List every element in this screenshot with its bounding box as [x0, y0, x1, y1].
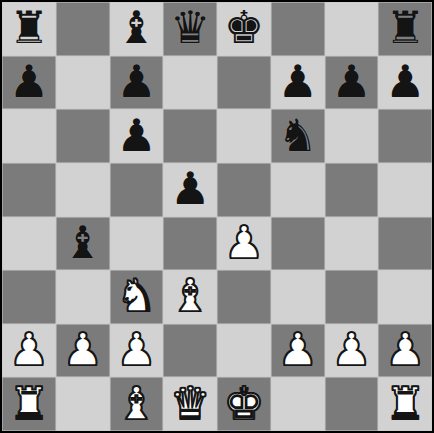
square-f4[interactable]: [271, 217, 325, 271]
square-d4[interactable]: [163, 217, 217, 271]
square-g8[interactable]: [325, 2, 379, 56]
white-king-piece[interactable]: ♚: [224, 381, 264, 426]
square-e8[interactable]: ♚: [217, 2, 271, 56]
black-king-piece[interactable]: ♚: [224, 5, 264, 50]
white-pawn-piece[interactable]: ♟: [277, 327, 317, 372]
black-rook-piece[interactable]: ♜: [9, 5, 49, 50]
white-rook-piece[interactable]: ♜: [9, 381, 49, 426]
square-e1[interactable]: ♚: [217, 377, 271, 431]
square-f1[interactable]: [271, 377, 325, 431]
square-e3[interactable]: [217, 270, 271, 324]
square-a1[interactable]: ♜: [2, 377, 56, 431]
black-pawn-piece[interactable]: ♟: [385, 59, 425, 104]
square-f3[interactable]: [271, 270, 325, 324]
square-e5[interactable]: [217, 163, 271, 217]
black-pawn-piece[interactable]: ♟: [277, 59, 317, 104]
white-pawn-piece[interactable]: ♟: [62, 327, 102, 372]
white-bishop-piece[interactable]: ♝: [116, 381, 156, 426]
square-a7[interactable]: ♟: [2, 56, 56, 110]
square-g7[interactable]: ♟: [325, 56, 379, 110]
square-h1[interactable]: ♜: [378, 377, 432, 431]
square-b6[interactable]: [56, 109, 110, 163]
square-g3[interactable]: [325, 270, 379, 324]
square-b7[interactable]: [56, 56, 110, 110]
black-rook-piece[interactable]: ♜: [385, 5, 425, 50]
square-g4[interactable]: [325, 217, 379, 271]
black-knight-piece[interactable]: ♞: [277, 113, 317, 158]
black-pawn-piece[interactable]: ♟: [116, 113, 156, 158]
square-f5[interactable]: [271, 163, 325, 217]
square-d5[interactable]: ♟: [163, 163, 217, 217]
black-pawn-piece[interactable]: ♟: [170, 166, 210, 211]
square-c7[interactable]: ♟: [110, 56, 164, 110]
black-bishop-piece[interactable]: ♝: [62, 220, 102, 265]
square-g6[interactable]: [325, 109, 379, 163]
chess-diagram: ♜♝♛♚♜♟♟♟♟♟♟♞♟♝♟♞♝♟♟♟♟♟♟♜♝♛♚♜: [0, 0, 434, 433]
square-h4[interactable]: [378, 217, 432, 271]
white-knight-piece[interactable]: ♞: [116, 273, 156, 318]
square-c2[interactable]: ♟: [110, 324, 164, 378]
square-h3[interactable]: [378, 270, 432, 324]
white-pawn-piece[interactable]: ♟: [385, 327, 425, 372]
square-f7[interactable]: ♟: [271, 56, 325, 110]
square-h8[interactable]: ♜: [378, 2, 432, 56]
square-a3[interactable]: [2, 270, 56, 324]
square-a8[interactable]: ♜: [2, 2, 56, 56]
square-d3[interactable]: ♝: [163, 270, 217, 324]
white-pawn-piece[interactable]: ♟: [224, 220, 264, 265]
white-pawn-piece[interactable]: ♟: [331, 327, 371, 372]
square-e2[interactable]: [217, 324, 271, 378]
square-e7[interactable]: [217, 56, 271, 110]
white-pawn-piece[interactable]: ♟: [116, 327, 156, 372]
black-pawn-piece[interactable]: ♟: [331, 59, 371, 104]
square-a5[interactable]: [2, 163, 56, 217]
square-b2[interactable]: ♟: [56, 324, 110, 378]
square-f2[interactable]: ♟: [271, 324, 325, 378]
white-bishop-piece[interactable]: ♝: [170, 273, 210, 318]
square-c3[interactable]: ♞: [110, 270, 164, 324]
square-d1[interactable]: ♛: [163, 377, 217, 431]
square-h2[interactable]: ♟: [378, 324, 432, 378]
square-c5[interactable]: [110, 163, 164, 217]
square-c4[interactable]: [110, 217, 164, 271]
square-g5[interactable]: [325, 163, 379, 217]
square-b5[interactable]: [56, 163, 110, 217]
square-b1[interactable]: [56, 377, 110, 431]
square-c8[interactable]: ♝: [110, 2, 164, 56]
square-e6[interactable]: [217, 109, 271, 163]
square-a6[interactable]: [2, 109, 56, 163]
square-h5[interactable]: [378, 163, 432, 217]
white-pawn-piece[interactable]: ♟: [9, 327, 49, 372]
square-b8[interactable]: [56, 2, 110, 56]
square-b4[interactable]: ♝: [56, 217, 110, 271]
white-queen-piece[interactable]: ♛: [170, 381, 210, 426]
square-d2[interactable]: [163, 324, 217, 378]
square-h7[interactable]: ♟: [378, 56, 432, 110]
square-g2[interactable]: ♟: [325, 324, 379, 378]
square-d6[interactable]: [163, 109, 217, 163]
square-b3[interactable]: [56, 270, 110, 324]
square-c1[interactable]: ♝: [110, 377, 164, 431]
square-d7[interactable]: [163, 56, 217, 110]
black-pawn-piece[interactable]: ♟: [9, 59, 49, 104]
black-queen-piece[interactable]: ♛: [170, 5, 210, 50]
square-f6[interactable]: ♞: [271, 109, 325, 163]
square-a4[interactable]: [2, 217, 56, 271]
square-h6[interactable]: [378, 109, 432, 163]
square-f8[interactable]: [271, 2, 325, 56]
square-e4[interactable]: ♟: [217, 217, 271, 271]
black-pawn-piece[interactable]: ♟: [116, 59, 156, 104]
square-d8[interactable]: ♛: [163, 2, 217, 56]
white-rook-piece[interactable]: ♜: [385, 381, 425, 426]
chess-board: ♜♝♛♚♜♟♟♟♟♟♟♞♟♝♟♞♝♟♟♟♟♟♟♜♝♛♚♜: [0, 0, 434, 433]
square-g1[interactable]: [325, 377, 379, 431]
black-bishop-piece[interactable]: ♝: [116, 5, 156, 50]
square-c6[interactable]: ♟: [110, 109, 164, 163]
square-a2[interactable]: ♟: [2, 324, 56, 378]
